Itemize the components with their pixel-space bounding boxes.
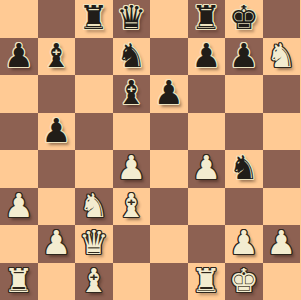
square-e3[interactable]	[150, 188, 188, 226]
square-e8[interactable]	[150, 0, 188, 38]
square-b6[interactable]	[38, 75, 76, 113]
square-d8[interactable]: ♛	[113, 0, 151, 38]
square-c8[interactable]: ♜	[75, 0, 113, 38]
chess-board: ♜♛♜♚♟♝♞♟♟♞♝♟♟♟♟♞♟♞♝♟♛♟♟♜♝♜♚	[0, 0, 300, 300]
black-pawn[interactable]: ♟	[229, 39, 259, 72]
square-c1[interactable]: ♝	[75, 263, 113, 300]
square-f1[interactable]: ♜	[188, 263, 226, 300]
square-b7[interactable]: ♝	[38, 38, 76, 76]
black-rook[interactable]: ♜	[191, 1, 221, 34]
square-e7[interactable]	[150, 38, 188, 76]
square-a4[interactable]	[0, 150, 38, 188]
square-e2[interactable]	[150, 225, 188, 263]
square-a1[interactable]: ♜	[0, 263, 38, 300]
square-g6[interactable]	[225, 75, 263, 113]
square-b3[interactable]	[38, 188, 76, 226]
square-g1[interactable]: ♚	[225, 263, 263, 300]
square-g2[interactable]: ♟	[225, 225, 263, 263]
white-knight[interactable]: ♞	[266, 39, 296, 72]
white-pawn[interactable]: ♟	[266, 226, 296, 259]
square-c6[interactable]	[75, 75, 113, 113]
square-b1[interactable]	[38, 263, 76, 300]
square-h4[interactable]	[263, 150, 301, 188]
black-queen[interactable]: ♛	[116, 1, 146, 34]
white-rook[interactable]: ♜	[4, 264, 34, 297]
white-bishop[interactable]: ♝	[116, 189, 146, 222]
square-f3[interactable]	[188, 188, 226, 226]
square-e5[interactable]	[150, 113, 188, 151]
white-pawn[interactable]: ♟	[191, 151, 221, 184]
square-c4[interactable]	[75, 150, 113, 188]
square-e6[interactable]: ♟	[150, 75, 188, 113]
square-d7[interactable]: ♞	[113, 38, 151, 76]
square-f6[interactable]	[188, 75, 226, 113]
white-knight[interactable]: ♞	[79, 189, 109, 222]
square-f5[interactable]	[188, 113, 226, 151]
square-e1[interactable]	[150, 263, 188, 300]
square-h7[interactable]: ♞	[263, 38, 301, 76]
white-rook[interactable]: ♜	[191, 264, 221, 297]
square-a7[interactable]: ♟	[0, 38, 38, 76]
black-pawn[interactable]: ♟	[154, 76, 184, 109]
white-king[interactable]: ♚	[229, 264, 259, 297]
square-e4[interactable]	[150, 150, 188, 188]
square-d2[interactable]	[113, 225, 151, 263]
white-bishop[interactable]: ♝	[79, 264, 109, 297]
square-h1[interactable]	[263, 263, 301, 300]
square-f8[interactable]: ♜	[188, 0, 226, 38]
square-a2[interactable]	[0, 225, 38, 263]
square-b5[interactable]: ♟	[38, 113, 76, 151]
square-g3[interactable]	[225, 188, 263, 226]
square-g4[interactable]: ♞	[225, 150, 263, 188]
square-h5[interactable]	[263, 113, 301, 151]
square-c5[interactable]	[75, 113, 113, 151]
square-h6[interactable]	[263, 75, 301, 113]
black-king[interactable]: ♚	[229, 1, 259, 34]
square-b8[interactable]	[38, 0, 76, 38]
square-h3[interactable]	[263, 188, 301, 226]
square-a5[interactable]	[0, 113, 38, 151]
white-pawn[interactable]: ♟	[116, 151, 146, 184]
white-pawn[interactable]: ♟	[41, 226, 71, 259]
square-h2[interactable]: ♟	[263, 225, 301, 263]
square-f4[interactable]: ♟	[188, 150, 226, 188]
square-d4[interactable]: ♟	[113, 150, 151, 188]
square-d5[interactable]	[113, 113, 151, 151]
square-h8[interactable]	[263, 0, 301, 38]
square-c3[interactable]: ♞	[75, 188, 113, 226]
black-knight[interactable]: ♞	[116, 39, 146, 72]
black-pawn[interactable]: ♟	[4, 39, 34, 72]
square-b4[interactable]	[38, 150, 76, 188]
square-f7[interactable]: ♟	[188, 38, 226, 76]
square-c2[interactable]: ♛	[75, 225, 113, 263]
square-a3[interactable]: ♟	[0, 188, 38, 226]
square-g8[interactable]: ♚	[225, 0, 263, 38]
square-b2[interactable]: ♟	[38, 225, 76, 263]
square-a8[interactable]	[0, 0, 38, 38]
white-pawn[interactable]: ♟	[229, 226, 259, 259]
square-a6[interactable]	[0, 75, 38, 113]
black-pawn[interactable]: ♟	[191, 39, 221, 72]
square-f2[interactable]	[188, 225, 226, 263]
square-g7[interactable]: ♟	[225, 38, 263, 76]
square-d1[interactable]	[113, 263, 151, 300]
black-rook[interactable]: ♜	[79, 1, 109, 34]
square-d3[interactable]: ♝	[113, 188, 151, 226]
square-g5[interactable]	[225, 113, 263, 151]
square-d6[interactable]: ♝	[113, 75, 151, 113]
white-queen[interactable]: ♛	[79, 226, 109, 259]
black-pawn[interactable]: ♟	[41, 114, 71, 147]
black-bishop[interactable]: ♝	[116, 76, 146, 109]
white-pawn[interactable]: ♟	[4, 189, 34, 222]
black-bishop[interactable]: ♝	[41, 39, 71, 72]
black-knight[interactable]: ♞	[229, 151, 259, 184]
square-c7[interactable]	[75, 38, 113, 76]
